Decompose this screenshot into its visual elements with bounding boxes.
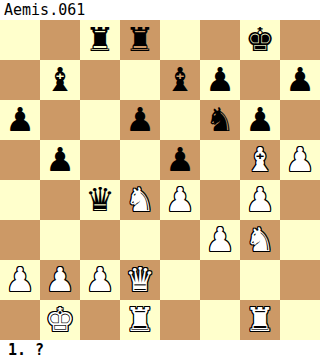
square-h3[interactable] — [280, 220, 320, 260]
white-knight-d4: ♞ — [125, 180, 155, 220]
square-f3[interactable]: ♟ — [200, 220, 240, 260]
square-b2[interactable]: ♟ — [40, 260, 80, 300]
black-pawn-e5: ♟ — [165, 140, 195, 180]
square-c4[interactable]: ♛ — [80, 180, 120, 220]
square-c2[interactable]: ♟ — [80, 260, 120, 300]
white-rook-d1: ♜ — [125, 300, 155, 340]
square-e7[interactable]: ♝ — [160, 60, 200, 100]
square-b5[interactable]: ♟ — [40, 140, 80, 180]
square-d2[interactable]: ♛ — [120, 260, 160, 300]
white-pawn-e4: ♟ — [165, 180, 195, 220]
square-e4[interactable]: ♟ — [160, 180, 200, 220]
square-e6[interactable] — [160, 100, 200, 140]
square-h8[interactable] — [280, 20, 320, 60]
white-knight-g3: ♞ — [245, 220, 275, 260]
square-e1[interactable] — [160, 300, 200, 340]
square-a6[interactable]: ♟ — [0, 100, 40, 140]
square-c5[interactable] — [80, 140, 120, 180]
black-rook-c8: ♜ — [85, 20, 115, 60]
square-h7[interactable]: ♟ — [280, 60, 320, 100]
black-pawn-h7: ♟ — [285, 60, 315, 100]
square-d5[interactable] — [120, 140, 160, 180]
square-a5[interactable] — [0, 140, 40, 180]
square-c7[interactable] — [80, 60, 120, 100]
square-a1[interactable] — [0, 300, 40, 340]
black-knight-f6: ♞ — [205, 100, 235, 140]
square-e8[interactable] — [160, 20, 200, 60]
square-g1[interactable]: ♜ — [240, 300, 280, 340]
white-pawn-c2: ♟ — [85, 260, 115, 300]
black-pawn-d6: ♟ — [125, 100, 155, 140]
white-pawn-g4: ♟ — [245, 180, 275, 220]
square-g4[interactable]: ♟ — [240, 180, 280, 220]
square-d6[interactable]: ♟ — [120, 100, 160, 140]
square-h5[interactable]: ♟ — [280, 140, 320, 180]
square-b3[interactable] — [40, 220, 80, 260]
white-queen-d2: ♛ — [125, 260, 155, 300]
square-d1[interactable]: ♜ — [120, 300, 160, 340]
white-pawn-h5: ♟ — [285, 140, 315, 180]
square-g8[interactable]: ♚ — [240, 20, 280, 60]
square-g6[interactable]: ♟ — [240, 100, 280, 140]
square-f1[interactable] — [200, 300, 240, 340]
square-a2[interactable]: ♟ — [0, 260, 40, 300]
square-d7[interactable] — [120, 60, 160, 100]
puzzle-window: Aemis.061 ♜♜♚♝♝♟♟♟♟♞♟♟♟♝♟♛♞♟♟♟♞♟♟♟♛♚♜♜ 1… — [0, 0, 320, 360]
square-f5[interactable] — [200, 140, 240, 180]
black-bishop-e7: ♝ — [165, 60, 195, 100]
square-g7[interactable] — [240, 60, 280, 100]
square-f8[interactable] — [200, 20, 240, 60]
white-pawn-a2: ♟ — [5, 260, 35, 300]
square-c6[interactable] — [80, 100, 120, 140]
black-bishop-b7: ♝ — [45, 60, 75, 100]
black-pawn-g6: ♟ — [245, 100, 275, 140]
square-f7[interactable]: ♟ — [200, 60, 240, 100]
square-b4[interactable] — [40, 180, 80, 220]
square-e2[interactable] — [160, 260, 200, 300]
square-h4[interactable] — [280, 180, 320, 220]
square-h1[interactable] — [280, 300, 320, 340]
white-king-b1: ♚ — [45, 300, 75, 340]
white-rook-g1: ♜ — [245, 300, 275, 340]
square-a8[interactable] — [0, 20, 40, 60]
square-f6[interactable]: ♞ — [200, 100, 240, 140]
square-d4[interactable]: ♞ — [120, 180, 160, 220]
square-b6[interactable] — [40, 100, 80, 140]
white-pawn-f3: ♟ — [205, 220, 235, 260]
square-d8[interactable]: ♜ — [120, 20, 160, 60]
square-g5[interactable]: ♝ — [240, 140, 280, 180]
square-e3[interactable] — [160, 220, 200, 260]
black-pawn-a6: ♟ — [5, 100, 35, 140]
square-h6[interactable] — [280, 100, 320, 140]
square-f4[interactable] — [200, 180, 240, 220]
square-a4[interactable] — [0, 180, 40, 220]
square-g2[interactable] — [240, 260, 280, 300]
white-pawn-b2: ♟ — [45, 260, 75, 300]
white-bishop-g5: ♝ — [245, 140, 275, 180]
square-f2[interactable] — [200, 260, 240, 300]
puzzle-title: Aemis.061 — [0, 0, 320, 20]
black-queen-c4: ♛ — [85, 180, 115, 220]
move-prompt: 1. ? — [0, 340, 320, 360]
square-b7[interactable]: ♝ — [40, 60, 80, 100]
square-g3[interactable]: ♞ — [240, 220, 280, 260]
black-rook-d8: ♜ — [125, 20, 155, 60]
square-c8[interactable]: ♜ — [80, 20, 120, 60]
square-c3[interactable] — [80, 220, 120, 260]
chess-board: ♜♜♚♝♝♟♟♟♟♞♟♟♟♝♟♛♞♟♟♟♞♟♟♟♛♚♜♜ — [0, 20, 320, 340]
square-a7[interactable] — [0, 60, 40, 100]
black-king-g8: ♚ — [245, 20, 275, 60]
square-a3[interactable] — [0, 220, 40, 260]
black-pawn-b5: ♟ — [45, 140, 75, 180]
square-b1[interactable]: ♚ — [40, 300, 80, 340]
square-b8[interactable] — [40, 20, 80, 60]
black-pawn-f7: ♟ — [205, 60, 235, 100]
square-h2[interactable] — [280, 260, 320, 300]
square-e5[interactable]: ♟ — [160, 140, 200, 180]
square-c1[interactable] — [80, 300, 120, 340]
square-d3[interactable] — [120, 220, 160, 260]
